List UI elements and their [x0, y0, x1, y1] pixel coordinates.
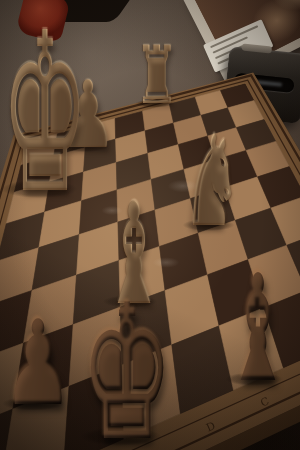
- chess-scene: DC ♜♟♚♞♝♝♟♚: [0, 0, 300, 450]
- piece-white-king-g2[interactable]: ♚: [1, 3, 88, 223]
- piece-black-king-e8[interactable]: ♚: [81, 280, 174, 450]
- piece-white-knight-c5[interactable]: ♞: [182, 119, 242, 245]
- piece-white-rook-d1[interactable]: ♜: [135, 37, 179, 117]
- piece-black-bishop-c8[interactable]: ♝: [225, 255, 291, 403]
- piece-black-pawn-g8[interactable]: ♟: [2, 305, 73, 422]
